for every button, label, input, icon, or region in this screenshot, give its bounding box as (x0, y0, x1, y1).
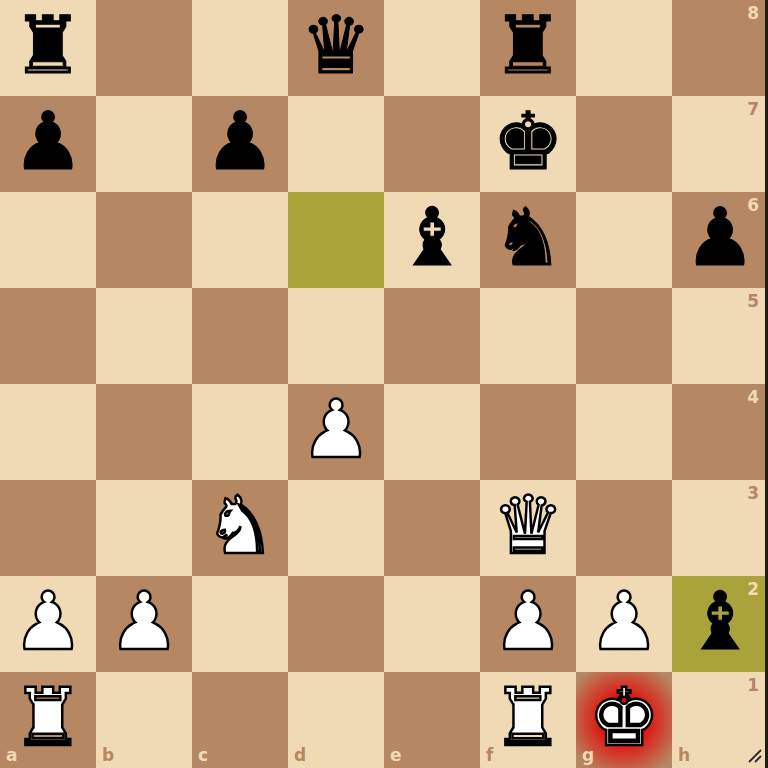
square-d2[interactable] (288, 576, 384, 672)
square-h3[interactable]: 3 (672, 480, 768, 576)
square-a3[interactable] (0, 480, 96, 576)
square-g3[interactable] (576, 480, 672, 576)
square-g2[interactable]: ♟ (576, 576, 672, 672)
square-c8[interactable] (192, 0, 288, 96)
square-h1[interactable]: 1h (672, 672, 768, 768)
piece-black-king[interactable]: ♚ (480, 96, 576, 192)
piece-black-pawn[interactable]: ♟ (0, 96, 96, 192)
square-a1[interactable]: ♜a (0, 672, 96, 768)
file-label-e: e (390, 745, 402, 765)
square-c7[interactable]: ♟ (192, 96, 288, 192)
square-g4[interactable] (576, 384, 672, 480)
square-a6[interactable] (0, 192, 96, 288)
square-h2[interactable]: ♝2 (672, 576, 768, 672)
square-h5[interactable]: 5 (672, 288, 768, 384)
square-h4[interactable]: 4 (672, 384, 768, 480)
rank-label-4: 4 (747, 387, 759, 407)
square-h6[interactable]: ♟6 (672, 192, 768, 288)
square-b8[interactable] (96, 0, 192, 96)
piece-white-pawn[interactable]: ♟ (288, 384, 384, 480)
square-b1[interactable]: b (96, 672, 192, 768)
chess-board: ♜♛♜8♟♟♚7♝♞♟65♟4♞♛3♟♟♟♟♝2♜abcde♜f♚g1h (0, 0, 768, 768)
square-g7[interactable] (576, 96, 672, 192)
piece-black-knight[interactable]: ♞ (480, 192, 576, 288)
piece-white-king[interactable]: ♚ (576, 672, 672, 768)
square-f3[interactable]: ♛ (480, 480, 576, 576)
square-d8[interactable]: ♛ (288, 0, 384, 96)
square-h8[interactable]: 8 (672, 0, 768, 96)
square-f4[interactable] (480, 384, 576, 480)
square-b7[interactable] (96, 96, 192, 192)
square-c1[interactable]: c (192, 672, 288, 768)
square-b4[interactable] (96, 384, 192, 480)
square-e3[interactable] (384, 480, 480, 576)
piece-black-pawn[interactable]: ♟ (672, 192, 768, 288)
resize-handle-icon[interactable] (746, 747, 762, 763)
piece-white-queen[interactable]: ♛ (480, 480, 576, 576)
rank-label-7: 7 (747, 99, 759, 119)
square-g5[interactable] (576, 288, 672, 384)
square-f5[interactable] (480, 288, 576, 384)
rank-label-5: 5 (747, 291, 759, 311)
square-g8[interactable] (576, 0, 672, 96)
square-d3[interactable] (288, 480, 384, 576)
rank-label-3: 3 (747, 483, 759, 503)
file-label-h: h (678, 745, 690, 765)
square-e2[interactable] (384, 576, 480, 672)
square-e8[interactable] (384, 0, 480, 96)
square-f6[interactable]: ♞ (480, 192, 576, 288)
square-f2[interactable]: ♟ (480, 576, 576, 672)
square-c4[interactable] (192, 384, 288, 480)
rank-label-1: 1 (747, 675, 759, 695)
piece-black-queen[interactable]: ♛ (288, 0, 384, 96)
square-h7[interactable]: 7 (672, 96, 768, 192)
square-c2[interactable] (192, 576, 288, 672)
square-a5[interactable] (0, 288, 96, 384)
piece-white-pawn[interactable]: ♟ (576, 576, 672, 672)
square-a8[interactable]: ♜ (0, 0, 96, 96)
square-a2[interactable]: ♟ (0, 576, 96, 672)
piece-black-bishop[interactable]: ♝ (384, 192, 480, 288)
piece-black-rook[interactable]: ♜ (480, 0, 576, 96)
file-label-b: b (102, 745, 114, 765)
square-f1[interactable]: ♜f (480, 672, 576, 768)
piece-white-rook[interactable]: ♜ (0, 672, 96, 768)
piece-black-rook[interactable]: ♜ (0, 0, 96, 96)
chess-board-container: ♜♛♜8♟♟♚7♝♞♟65♟4♞♛3♟♟♟♟♝2♜abcde♜f♚g1h (0, 0, 768, 768)
square-g6[interactable] (576, 192, 672, 288)
square-a4[interactable] (0, 384, 96, 480)
piece-white-rook[interactable]: ♜ (480, 672, 576, 768)
square-e7[interactable] (384, 96, 480, 192)
piece-black-pawn[interactable]: ♟ (192, 96, 288, 192)
rank-label-8: 8 (747, 3, 759, 23)
square-b3[interactable] (96, 480, 192, 576)
square-b5[interactable] (96, 288, 192, 384)
square-e5[interactable] (384, 288, 480, 384)
piece-white-pawn[interactable]: ♟ (480, 576, 576, 672)
square-e1[interactable]: e (384, 672, 480, 768)
square-b2[interactable]: ♟ (96, 576, 192, 672)
square-c3[interactable]: ♞ (192, 480, 288, 576)
square-f7[interactable]: ♚ (480, 96, 576, 192)
square-e6[interactable]: ♝ (384, 192, 480, 288)
piece-black-bishop[interactable]: ♝ (672, 576, 768, 672)
square-d7[interactable] (288, 96, 384, 192)
piece-white-knight[interactable]: ♞ (192, 480, 288, 576)
square-d4[interactable]: ♟ (288, 384, 384, 480)
square-d6[interactable] (288, 192, 384, 288)
square-f8[interactable]: ♜ (480, 0, 576, 96)
square-b6[interactable] (96, 192, 192, 288)
square-c6[interactable] (192, 192, 288, 288)
square-d5[interactable] (288, 288, 384, 384)
square-e4[interactable] (384, 384, 480, 480)
piece-white-pawn[interactable]: ♟ (0, 576, 96, 672)
square-d1[interactable]: d (288, 672, 384, 768)
square-a7[interactable]: ♟ (0, 96, 96, 192)
file-label-c: c (198, 745, 208, 765)
file-label-d: d (294, 745, 306, 765)
square-g1[interactable]: ♚g (576, 672, 672, 768)
piece-white-pawn[interactable]: ♟ (96, 576, 192, 672)
square-c5[interactable] (192, 288, 288, 384)
